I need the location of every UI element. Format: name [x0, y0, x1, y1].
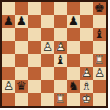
square-h1[interactable] — [93, 93, 106, 106]
white-pawn-icon: ♟ — [54, 41, 67, 54]
square-g1[interactable]: ♚♔ — [80, 93, 93, 106]
white-rook-outline-icon: ♖ — [93, 54, 106, 67]
black-bishop-icon: ♝ — [93, 28, 106, 41]
square-e4[interactable]: ♝ — [54, 54, 67, 67]
square-b6[interactable] — [15, 28, 28, 41]
square-d6[interactable] — [41, 28, 54, 41]
black-pawn-icon: ♟ — [15, 15, 28, 28]
square-e3[interactable] — [54, 67, 67, 80]
square-g4[interactable] — [80, 54, 93, 67]
square-b7[interactable]: ♟ — [15, 15, 28, 28]
bottom-margin — [0, 108, 110, 110]
square-a8[interactable] — [2, 2, 15, 15]
square-d3[interactable] — [41, 67, 54, 80]
square-b1[interactable] — [15, 93, 28, 106]
square-g6[interactable] — [80, 28, 93, 41]
square-e5[interactable]: ♟♙ — [54, 41, 67, 54]
square-a6[interactable] — [2, 28, 15, 41]
square-e8[interactable] — [54, 2, 67, 15]
square-f7[interactable]: ♟ — [67, 15, 80, 28]
square-g2[interactable]: ♝♗ — [80, 80, 93, 93]
square-c4[interactable] — [28, 54, 41, 67]
white-bishop-icon: ♝ — [80, 80, 93, 93]
square-a1[interactable] — [2, 93, 15, 106]
square-b8[interactable] — [15, 2, 28, 15]
square-c2[interactable] — [28, 80, 41, 93]
black-queen-icon: ♛ — [15, 80, 28, 93]
square-b3[interactable] — [15, 67, 28, 80]
square-e6[interactable] — [54, 28, 67, 41]
square-d5[interactable]: ♟♙ — [41, 41, 54, 54]
black-pawn-icon: ♟ — [2, 15, 15, 28]
square-h4[interactable]: ♜♖ — [93, 54, 106, 67]
white-pawn-icon: ♟ — [2, 80, 15, 93]
square-h8[interactable]: ♚ — [93, 2, 106, 15]
white-pawn-outline-icon: ♙ — [2, 80, 15, 93]
square-f1[interactable] — [67, 93, 80, 106]
square-a2[interactable]: ♟♙ — [2, 80, 15, 93]
square-g7[interactable] — [80, 15, 93, 28]
square-a3[interactable] — [2, 67, 15, 80]
white-king-outline-icon: ♔ — [80, 93, 93, 106]
white-pawn-outline-icon: ♙ — [80, 67, 93, 80]
white-pawn-outline-icon: ♙ — [54, 41, 67, 54]
square-b2[interactable]: ♛ — [15, 80, 28, 93]
square-f3[interactable] — [67, 67, 80, 80]
white-pawn-outline-icon: ♙ — [93, 67, 106, 80]
white-bishop-outline-icon: ♗ — [80, 80, 93, 93]
square-h3[interactable]: ♟♙ — [93, 67, 106, 80]
square-c8[interactable] — [28, 2, 41, 15]
square-f6[interactable] — [67, 28, 80, 41]
square-a5[interactable] — [2, 41, 15, 54]
white-pawn-icon: ♟ — [80, 67, 93, 80]
chess-board: ♚♟♟♟♝♟♙♟♙♝♜♖♟♙♟♙♟♙♛♞♝♗♜♖♚♔ — [0, 0, 108, 108]
black-knight-icon: ♞ — [67, 80, 80, 93]
square-d1[interactable] — [41, 93, 54, 106]
square-e2[interactable] — [54, 80, 67, 93]
square-d4[interactable] — [41, 54, 54, 67]
square-d7[interactable] — [41, 15, 54, 28]
square-a7[interactable]: ♟ — [2, 15, 15, 28]
square-e1[interactable]: ♜♖ — [54, 93, 67, 106]
white-rook-icon: ♜ — [93, 54, 106, 67]
square-g3[interactable]: ♟♙ — [80, 67, 93, 80]
square-f2[interactable]: ♞ — [67, 80, 80, 93]
white-pawn-outline-icon: ♙ — [41, 41, 54, 54]
square-f8[interactable] — [67, 2, 80, 15]
square-g5[interactable] — [80, 41, 93, 54]
square-b5[interactable] — [15, 41, 28, 54]
square-c1[interactable] — [28, 93, 41, 106]
square-d8[interactable] — [41, 2, 54, 15]
square-h6[interactable]: ♝ — [93, 28, 106, 41]
square-c5[interactable] — [28, 41, 41, 54]
square-f5[interactable] — [67, 41, 80, 54]
white-pawn-icon: ♟ — [41, 41, 54, 54]
square-c7[interactable] — [28, 15, 41, 28]
square-a4[interactable] — [2, 54, 15, 67]
square-c6[interactable] — [28, 28, 41, 41]
square-f4[interactable] — [67, 54, 80, 67]
black-bishop-icon: ♝ — [54, 54, 67, 67]
square-h5[interactable] — [93, 41, 106, 54]
square-c3[interactable] — [28, 67, 41, 80]
white-rook-outline-icon: ♖ — [54, 93, 67, 106]
white-king-icon: ♚ — [80, 93, 93, 106]
square-b4[interactable] — [15, 54, 28, 67]
black-king-icon: ♚ — [93, 2, 106, 15]
black-pawn-icon: ♟ — [67, 15, 80, 28]
square-e7[interactable] — [54, 15, 67, 28]
square-h2[interactable] — [93, 80, 106, 93]
white-pawn-icon: ♟ — [93, 67, 106, 80]
white-rook-icon: ♜ — [54, 93, 67, 106]
square-g8[interactable] — [80, 2, 93, 15]
square-d2[interactable] — [41, 80, 54, 93]
chess-board-grid: ♚♟♟♟♝♟♙♟♙♝♜♖♟♙♟♙♟♙♛♞♝♗♜♖♚♔ — [2, 2, 106, 106]
square-h7[interactable] — [93, 15, 106, 28]
